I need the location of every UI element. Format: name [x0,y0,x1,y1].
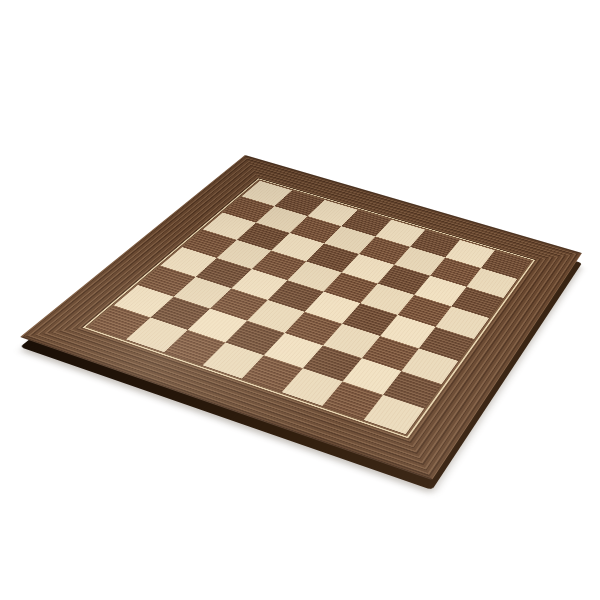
board-scene [0,0,600,600]
product-photo-canvas [0,0,600,600]
chessboard [20,155,582,480]
